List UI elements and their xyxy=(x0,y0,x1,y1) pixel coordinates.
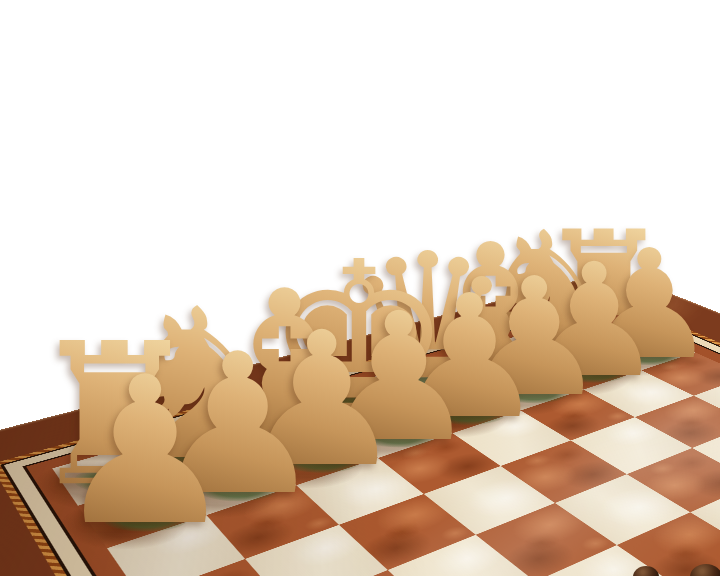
base-felt xyxy=(561,363,627,383)
piece-white-pawn-c2: ♟ xyxy=(461,257,607,389)
piece-shadow xyxy=(535,356,632,395)
base-felt xyxy=(500,382,568,403)
piece-shadow xyxy=(593,339,686,376)
base-felt xyxy=(618,345,681,365)
pawn-glyph: ♟ xyxy=(582,230,717,381)
piece-white-knight-g1: ♞ xyxy=(110,281,297,450)
piece-shadow xyxy=(486,331,591,373)
piece-shadow xyxy=(121,432,250,484)
base-felt xyxy=(102,506,188,532)
rook-glyph: ♜ xyxy=(27,317,203,513)
piece-shadow xyxy=(280,384,410,436)
base-felt xyxy=(387,374,467,399)
queen-glyph: ♛ xyxy=(342,228,514,420)
pawn-glyph: ♟ xyxy=(320,289,479,466)
base-felt xyxy=(453,356,527,379)
pawn-glyph: ♟ xyxy=(239,308,405,493)
base-felt xyxy=(243,416,327,442)
base-felt xyxy=(315,393,403,420)
piece-shadow xyxy=(34,461,156,510)
piece-shadow xyxy=(61,499,187,550)
base-felt xyxy=(197,476,279,501)
piece-white-knight-b1: ♞ xyxy=(473,209,625,347)
bishop-glyph: ♝ xyxy=(411,221,569,398)
piece-shadow xyxy=(424,348,533,392)
pawn-glyph: ♟ xyxy=(54,350,237,554)
piece-white-rook-a1: ♜ xyxy=(537,211,669,330)
base-felt xyxy=(513,339,584,361)
pieces-layer: ♜♞♝♛♚♝♞♜♟♟♟♟♟♟♟♟ xyxy=(0,0,720,576)
piece-white-pawn-a2: ♟ xyxy=(582,230,717,352)
piece-white-bishop-c1: ♝ xyxy=(411,221,569,364)
piece-white-pawn-h2: ♟ xyxy=(54,350,237,515)
base-felt xyxy=(160,440,247,467)
piece-white-queen-d1: ♛ xyxy=(342,228,514,383)
piece-shadow xyxy=(548,318,639,355)
piece-white-pawn-e2: ♟ xyxy=(320,289,479,432)
pawn-glyph: ♟ xyxy=(151,328,325,522)
piece-white-bishop-f1: ♝ xyxy=(195,264,374,425)
piece-shadow xyxy=(472,375,573,415)
rook-glyph: ♜ xyxy=(537,211,669,358)
bishop-glyph: ♝ xyxy=(195,264,374,463)
piece-white-pawn-b2: ♟ xyxy=(524,243,664,370)
base-felt xyxy=(434,403,505,425)
pawn-glyph: ♟ xyxy=(461,257,607,420)
knight-glyph: ♞ xyxy=(473,209,625,379)
pawn-glyph: ♟ xyxy=(393,273,545,443)
piece-shadow xyxy=(207,408,331,457)
base-felt xyxy=(362,425,436,448)
piece-shadow xyxy=(355,366,474,413)
piece-shadow xyxy=(404,396,509,438)
piece-white-pawn-d2: ♟ xyxy=(393,273,545,410)
piece-white-rook-h1: ♜ xyxy=(27,317,203,476)
pawn-glyph: ♟ xyxy=(524,243,664,400)
king-glyph: ♚ xyxy=(265,234,453,444)
piece-shadow xyxy=(159,470,279,518)
piece-white-king-e1: ♚ xyxy=(265,234,453,404)
black-piece-top xyxy=(633,566,659,576)
piece-white-pawn-f2: ♟ xyxy=(239,308,405,458)
piece-white-pawn-g2: ♟ xyxy=(151,328,325,485)
black-piece-top xyxy=(690,564,720,576)
knight-glyph: ♞ xyxy=(110,281,297,489)
piece-shadow xyxy=(248,443,363,489)
base-felt xyxy=(74,467,156,492)
base-felt xyxy=(573,324,635,343)
base-felt xyxy=(283,449,361,473)
piece-shadow xyxy=(330,418,440,462)
chess-set-product-photo: ♜♞♝♛♚♝♞♜♟♟♟♟♟♟♟♟ xyxy=(0,0,720,576)
